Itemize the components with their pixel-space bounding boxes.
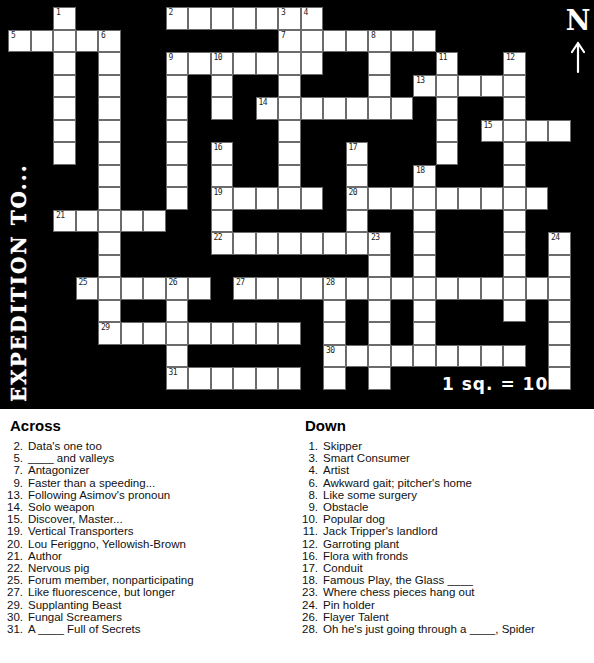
grid-cell[interactable] (233, 187, 256, 210)
grid-cell[interactable]: 7 (278, 30, 301, 53)
grid-cell[interactable] (413, 210, 436, 233)
grid-cell[interactable] (98, 52, 121, 75)
grid-cell[interactable]: 24 (548, 232, 571, 255)
grid-cell[interactable] (31, 30, 54, 53)
grid-cell[interactable] (413, 345, 436, 368)
grid-cell[interactable] (278, 165, 301, 188)
grid-cell[interactable] (481, 187, 504, 210)
black-cell (548, 97, 571, 120)
grid-cell[interactable] (301, 232, 324, 255)
grid-cell[interactable] (436, 187, 459, 210)
grid-cell[interactable]: 10 (211, 52, 234, 75)
grid-cell[interactable] (166, 75, 189, 98)
grid-cell[interactable] (211, 367, 234, 390)
grid-cell[interactable] (301, 97, 324, 120)
grid-cell[interactable] (53, 52, 76, 75)
clue-item[interactable]: 10.Popular dog (300, 513, 592, 525)
grid-cell[interactable]: 25 (76, 277, 99, 300)
black-cell (256, 120, 279, 143)
clue-item-text: Vertical Transporters (28, 525, 133, 537)
clue-item[interactable]: 9.Obstacle (300, 501, 592, 513)
grid-cell[interactable] (256, 367, 279, 390)
black-cell (436, 210, 459, 233)
grid-cell[interactable]: 15 (481, 120, 504, 143)
grid-cell[interactable] (233, 7, 256, 30)
grid-cell[interactable]: 30 (323, 345, 346, 368)
grid-cell[interactable]: 23 (368, 232, 391, 255)
grid-cell[interactable] (188, 7, 211, 30)
black-cell (368, 142, 391, 165)
black-cell (121, 97, 144, 120)
black-cell (188, 187, 211, 210)
grid-cell[interactable] (53, 120, 76, 143)
black-cell (31, 232, 54, 255)
grid-cell[interactable] (323, 300, 346, 323)
grid-cell[interactable] (346, 210, 369, 233)
grid-cell[interactable] (323, 232, 346, 255)
clue-item[interactable]: 15.Discover, Master... (5, 513, 293, 525)
black-cell (571, 322, 594, 345)
grid-cell[interactable]: 29 (98, 322, 121, 345)
black-cell (278, 300, 301, 323)
grid-cell[interactable] (481, 75, 504, 98)
grid-cell[interactable]: 14 (256, 97, 279, 120)
grid-cell[interactable] (143, 322, 166, 345)
black-cell (571, 345, 594, 368)
grid-cell[interactable]: 13 (413, 75, 436, 98)
grid-cell[interactable] (188, 52, 211, 75)
grid-cell[interactable] (166, 322, 189, 345)
grid-cell[interactable] (278, 120, 301, 143)
clue-item[interactable]: 27.Like fluorescence, but longer (5, 586, 293, 598)
grid-cell[interactable] (391, 345, 414, 368)
grid-cell[interactable] (121, 322, 144, 345)
black-cell (346, 300, 369, 323)
grid-cell[interactable] (98, 120, 121, 143)
black-cell (53, 345, 76, 368)
grid-cell[interactable] (98, 142, 121, 165)
clue-item[interactable]: 9.Faster than a speeding... (5, 477, 293, 489)
black-cell (503, 30, 526, 53)
grid-cell[interactable] (368, 322, 391, 345)
clue-item[interactable]: 29.Supplanting Beast (5, 599, 293, 611)
clue-item-number: 17. (300, 562, 318, 574)
clue-item[interactable]: 6.Awkward gait; pitcher's home (300, 477, 592, 489)
black-cell (526, 142, 549, 165)
black-cell (413, 120, 436, 143)
grid-cell[interactable] (278, 187, 301, 210)
grid-cell[interactable] (368, 187, 391, 210)
grid-cell[interactable] (548, 322, 571, 345)
black-cell (188, 75, 211, 98)
black-cell (436, 232, 459, 255)
grid-cell[interactable] (188, 367, 211, 390)
black-cell (143, 142, 166, 165)
clue-item-number: 9. (5, 477, 23, 489)
grid-cell[interactable] (98, 75, 121, 98)
clue-number: 11 (439, 53, 448, 62)
grid-cell[interactable] (301, 30, 324, 53)
black-cell (436, 255, 459, 278)
grid-cell[interactable] (98, 210, 121, 233)
grid-cell[interactable] (278, 232, 301, 255)
clue-item[interactable]: 31.A ____ Full of Secrets (5, 623, 293, 635)
black-cell (121, 300, 144, 323)
grid-cell[interactable] (436, 75, 459, 98)
grid-cell[interactable] (188, 322, 211, 345)
grid-cell[interactable] (278, 52, 301, 75)
black-cell (143, 255, 166, 278)
black-cell (548, 165, 571, 188)
black-cell (256, 345, 279, 368)
black-cell (301, 345, 324, 368)
clue-item[interactable]: 4.Artist (300, 464, 592, 476)
grid-cell[interactable] (436, 142, 459, 165)
grid-cell[interactable]: 16 (211, 142, 234, 165)
black-cell (256, 75, 279, 98)
black-cell (256, 30, 279, 53)
grid-cell[interactable] (76, 210, 99, 233)
black-cell (8, 75, 31, 98)
clue-number: 2 (169, 8, 173, 17)
clue-item[interactable]: 14.Solo weapon (5, 501, 293, 513)
grid-cell[interactable] (143, 210, 166, 233)
clue-item[interactable]: 1.Skipper (300, 440, 592, 452)
grid-cell[interactable] (413, 232, 436, 255)
clue-item-number: 6. (300, 477, 318, 489)
clue-item-number: 29. (5, 599, 23, 611)
clue-item[interactable]: 17.Conduit (300, 562, 592, 574)
black-cell (571, 277, 594, 300)
across-header: Across (10, 417, 293, 434)
clue-item[interactable]: 7.Antagonizer (5, 464, 293, 476)
clue-item[interactable]: 23.Where chess pieces hang out (300, 586, 592, 598)
black-cell (481, 300, 504, 323)
black-cell (481, 210, 504, 233)
grid-cell[interactable]: 6 (98, 30, 121, 53)
grid-cell[interactable]: 17 (346, 142, 369, 165)
grid-cell[interactable] (391, 277, 414, 300)
grid-cell[interactable]: 11 (436, 52, 459, 75)
black-cell (76, 120, 99, 143)
grid-cell[interactable] (278, 142, 301, 165)
grid-cell[interactable] (503, 97, 526, 120)
grid-cell[interactable] (368, 75, 391, 98)
grid-cell[interactable] (98, 255, 121, 278)
grid-cell[interactable] (98, 300, 121, 323)
clue-item[interactable]: 8.Like some surgery (300, 489, 592, 501)
grid-cell[interactable]: 22 (211, 232, 234, 255)
grid-cell[interactable] (503, 277, 526, 300)
clue-item-text: Artist (323, 464, 349, 476)
grid-cell[interactable] (503, 75, 526, 98)
black-cell (301, 165, 324, 188)
grid-cell[interactable] (503, 187, 526, 210)
compass-n-label: N (560, 6, 594, 36)
grid-cell[interactable] (503, 165, 526, 188)
clue-item-text: A ____ Full of Secrets (28, 623, 141, 635)
grid-cell[interactable]: 1 (53, 7, 76, 30)
grid-cell[interactable] (278, 322, 301, 345)
grid-cell[interactable] (346, 345, 369, 368)
clue-item[interactable]: 26.Flayer Talent (300, 611, 592, 623)
grid-cell[interactable] (436, 345, 459, 368)
grid-cell[interactable] (188, 277, 211, 300)
grid-cell[interactable] (413, 277, 436, 300)
clue-item[interactable]: 19.Vertical Transporters (5, 525, 293, 537)
black-cell (526, 255, 549, 278)
grid-cell[interactable] (76, 30, 99, 53)
grid-cell[interactable] (166, 345, 189, 368)
grid-cell[interactable]: 5 (8, 30, 31, 53)
clue-item[interactable]: 2.Data's one too (5, 440, 293, 452)
black-cell (368, 120, 391, 143)
grid-cell[interactable] (166, 97, 189, 120)
clue-item-text: Obstacle (323, 501, 368, 513)
grid-cell[interactable] (503, 255, 526, 278)
black-cell (166, 30, 189, 53)
grid-cell[interactable] (391, 30, 414, 53)
grid-cell[interactable] (121, 277, 144, 300)
grid-cell[interactable]: 19 (211, 187, 234, 210)
clue-item-text: Like fluorescence, but longer (28, 586, 175, 598)
across-column: Across 2.Data's one too5.____ and valley… (5, 417, 293, 635)
grid-cell[interactable]: 2 (166, 7, 189, 30)
grid-cell[interactable] (98, 232, 121, 255)
grid-cell[interactable] (368, 255, 391, 278)
grid-cell[interactable] (278, 367, 301, 390)
grid-cell[interactable] (211, 322, 234, 345)
grid-cell[interactable] (526, 120, 549, 143)
black-cell (31, 255, 54, 278)
clue-number: 10 (214, 53, 223, 62)
grid-cell[interactable] (458, 187, 481, 210)
grid-cell[interactable] (346, 277, 369, 300)
grid-cell[interactable] (391, 97, 414, 120)
grid-cell[interactable] (53, 97, 76, 120)
clue-number: 24 (551, 233, 560, 242)
grid-cell[interactable]: 8 (368, 30, 391, 53)
black-cell (481, 97, 504, 120)
grid-cell[interactable] (413, 255, 436, 278)
black-cell (53, 165, 76, 188)
clue-item-number: 30. (5, 611, 23, 623)
grid-cell[interactable] (278, 97, 301, 120)
grid-cell[interactable] (323, 367, 346, 390)
clue-item[interactable]: 25.Forum member, nonparticipating (5, 574, 293, 586)
black-cell (323, 187, 346, 210)
clue-item-number: 8. (300, 489, 318, 501)
grid-cell[interactable] (211, 75, 234, 98)
clue-number: 28 (326, 278, 335, 287)
clue-item[interactable]: 30.Fungal Screamers (5, 611, 293, 623)
clue-item[interactable]: 20.Lou Feriggno, Yellowish-Brown (5, 538, 293, 550)
black-cell (53, 232, 76, 255)
grid-cell[interactable]: 20 (346, 187, 369, 210)
grid-cell[interactable] (458, 75, 481, 98)
grid-cell[interactable] (458, 277, 481, 300)
grid-cell[interactable] (368, 277, 391, 300)
grid-cell[interactable] (481, 345, 504, 368)
grid-cell[interactable] (391, 187, 414, 210)
grid-cell[interactable] (436, 97, 459, 120)
black-cell (233, 345, 256, 368)
black-cell (31, 300, 54, 323)
grid-cell[interactable] (346, 232, 369, 255)
black-cell (98, 345, 121, 368)
clue-item[interactable]: 22.Nervous pig (5, 562, 293, 574)
grid-cell[interactable] (548, 120, 571, 143)
grid-cell[interactable] (346, 30, 369, 53)
grid-cell[interactable] (98, 97, 121, 120)
black-cell (481, 232, 504, 255)
grid-cell[interactable] (436, 120, 459, 143)
grid-cell[interactable] (368, 367, 391, 390)
grid-cell[interactable] (256, 232, 279, 255)
grid-cell[interactable]: 27 (233, 277, 256, 300)
grid-cell[interactable] (98, 165, 121, 188)
grid-cell[interactable] (548, 277, 571, 300)
grid-cell[interactable] (301, 187, 324, 210)
black-cell (143, 30, 166, 53)
black-cell (481, 165, 504, 188)
clue-item-text: Popular dog (323, 513, 385, 525)
grid-cell[interactable] (503, 345, 526, 368)
grid-cell[interactable] (368, 345, 391, 368)
clue-item-text: Discover, Master... (28, 513, 123, 525)
clue-item[interactable]: 16.Flora with fronds (300, 550, 592, 562)
clue-item-text: Supplanting Beast (28, 599, 121, 611)
grid-cell[interactable] (346, 97, 369, 120)
grid-cell[interactable] (256, 52, 279, 75)
grid-cell[interactable] (301, 277, 324, 300)
grid-cell[interactable] (346, 165, 369, 188)
grid-cell[interactable] (413, 30, 436, 53)
clue-item[interactable]: 24.Pin holder (300, 599, 592, 611)
black-cell (391, 210, 414, 233)
clue-item[interactable]: 11.Jack Tripper's landlord (300, 525, 592, 537)
grid-cell[interactable] (211, 7, 234, 30)
black-cell (143, 97, 166, 120)
grid-cell[interactable]: 4 (301, 7, 324, 30)
grid-cell[interactable] (233, 367, 256, 390)
grid-cell[interactable] (323, 97, 346, 120)
clue-item[interactable]: 28.Oh he's just going through a ____, Sp… (300, 623, 592, 635)
grid-cell[interactable] (503, 300, 526, 323)
black-cell (436, 165, 459, 188)
grid-cell[interactable] (166, 187, 189, 210)
grid-cell[interactable] (256, 187, 279, 210)
grid-cell[interactable]: 26 (166, 277, 189, 300)
grid-cell[interactable] (481, 277, 504, 300)
clue-item-text: Lou Feriggno, Yellowish-Brown (28, 538, 186, 550)
grid-cell[interactable] (278, 277, 301, 300)
black-cell (391, 75, 414, 98)
grid-cell[interactable] (166, 300, 189, 323)
black-cell (188, 345, 211, 368)
grid-cell[interactable]: 28 (323, 277, 346, 300)
grid-cell[interactable] (548, 345, 571, 368)
grid-cell[interactable] (413, 322, 436, 345)
black-cell (571, 300, 594, 323)
grid-cell[interactable]: 12 (503, 52, 526, 75)
clue-number: 15 (484, 121, 493, 130)
clue-number: 4 (304, 8, 308, 17)
clue-item-number: 19. (5, 525, 23, 537)
grid-cell[interactable] (436, 277, 459, 300)
grid-cell[interactable] (368, 52, 391, 75)
grid-cell[interactable] (526, 187, 549, 210)
grid-cell[interactable] (413, 187, 436, 210)
clue-item[interactable]: 13.Following Asimov's pronoun (5, 489, 293, 501)
clue-item[interactable]: 21.Author (5, 550, 293, 562)
grid-cell[interactable] (53, 142, 76, 165)
black-cell (481, 322, 504, 345)
grid-cell[interactable] (166, 165, 189, 188)
grid-cell[interactable] (98, 187, 121, 210)
grid-cell[interactable] (211, 210, 234, 233)
black-cell (526, 232, 549, 255)
grid-cell[interactable] (121, 210, 144, 233)
black-cell (346, 75, 369, 98)
grid-cell[interactable] (301, 52, 324, 75)
grid-cell[interactable] (503, 120, 526, 143)
black-cell (458, 142, 481, 165)
black-cell (233, 210, 256, 233)
black-cell (31, 187, 54, 210)
clue-item[interactable]: 5.____ and valleys (5, 452, 293, 464)
grid-cell[interactable] (413, 300, 436, 323)
grid-cell[interactable] (548, 255, 571, 278)
grid-cell[interactable] (98, 277, 121, 300)
grid-cell[interactable]: 18 (413, 165, 436, 188)
grid-cell[interactable] (211, 165, 234, 188)
grid-cell[interactable] (323, 322, 346, 345)
grid-cell[interactable] (368, 300, 391, 323)
grid-cell[interactable] (53, 75, 76, 98)
grid-cell[interactable] (233, 52, 256, 75)
grid-cell[interactable] (166, 120, 189, 143)
grid-cell[interactable] (256, 277, 279, 300)
clue-item[interactable]: 12.Garroting plant (300, 538, 592, 550)
grid-cell[interactable] (256, 322, 279, 345)
grid-cell[interactable]: 3 (278, 7, 301, 30)
clue-item[interactable]: 3.Smart Consumer (300, 452, 592, 464)
clue-item[interactable]: 18.Famous Play, the Glass ____ (300, 574, 592, 586)
grid-cell[interactable] (548, 300, 571, 323)
grid-cell[interactable]: 21 (53, 210, 76, 233)
grid-cell[interactable]: 31 (166, 367, 189, 390)
grid-cell[interactable] (278, 75, 301, 98)
grid-cell[interactable] (233, 232, 256, 255)
grid-cell[interactable]: 9 (166, 52, 189, 75)
grid-cell[interactable] (233, 322, 256, 345)
grid-cell[interactable] (143, 277, 166, 300)
clue-item-number: 1. (300, 440, 318, 452)
grid-cell[interactable] (503, 232, 526, 255)
grid-cell[interactable] (256, 7, 279, 30)
grid-cell[interactable] (458, 345, 481, 368)
grid-cell[interactable] (53, 30, 76, 53)
grid-cell[interactable] (323, 30, 346, 53)
grid-cell[interactable] (368, 97, 391, 120)
grid-cell[interactable] (503, 210, 526, 233)
grid-cell[interactable] (526, 277, 549, 300)
grid-cell[interactable] (211, 97, 234, 120)
grid-cell[interactable] (166, 142, 189, 165)
grid-cell[interactable] (503, 142, 526, 165)
black-cell (391, 367, 414, 390)
